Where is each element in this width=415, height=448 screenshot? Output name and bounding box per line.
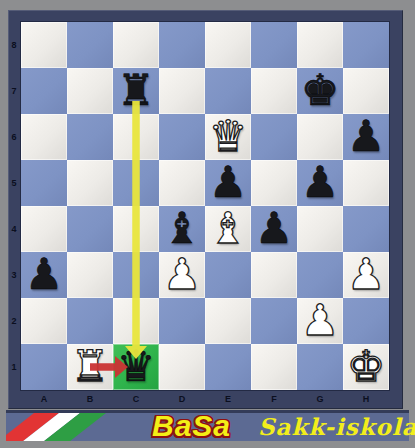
square-a5[interactable] bbox=[21, 160, 67, 206]
square-a3[interactable]: ♟ bbox=[21, 252, 67, 298]
square-g3[interactable] bbox=[297, 252, 343, 298]
square-f4[interactable]: ♟ bbox=[251, 206, 297, 252]
square-e1[interactable] bbox=[205, 344, 251, 390]
square-d1[interactable] bbox=[159, 344, 205, 390]
file-label-e: E bbox=[205, 392, 251, 406]
rank-label-6: 6 bbox=[8, 114, 20, 160]
square-f2[interactable] bbox=[251, 298, 297, 344]
square-g1[interactable] bbox=[297, 344, 343, 390]
square-d5[interactable] bbox=[159, 160, 205, 206]
rank-label-1: 1 bbox=[8, 344, 20, 390]
square-f7[interactable] bbox=[251, 68, 297, 114]
rank-label-2: 2 bbox=[8, 298, 20, 344]
square-g7[interactable]: ♚ bbox=[297, 68, 343, 114]
square-c8[interactable] bbox=[113, 22, 159, 68]
square-b8[interactable] bbox=[67, 22, 113, 68]
square-h4[interactable] bbox=[343, 206, 389, 252]
board-frame: 87654321 ♜♚♛♟♟♟♝♝♟♟♟♟♟♜♛♚ ABCDEFGH bbox=[8, 10, 403, 409]
black-rook[interactable]: ♜ bbox=[113, 68, 159, 114]
square-a7[interactable] bbox=[21, 68, 67, 114]
black-pawn[interactable]: ♟ bbox=[251, 206, 297, 252]
square-c2[interactable] bbox=[113, 298, 159, 344]
square-e3[interactable] bbox=[205, 252, 251, 298]
square-e6[interactable]: ♛ bbox=[205, 114, 251, 160]
white-rook[interactable]: ♜ bbox=[67, 344, 113, 390]
square-c4[interactable] bbox=[113, 206, 159, 252]
file-label-f: F bbox=[251, 392, 297, 406]
chess-diagram: 87654321 ♜♚♛♟♟♟♝♝♟♟♟♟♟♜♛♚ ABCDEFGH BaSa … bbox=[0, 0, 415, 448]
square-h8[interactable] bbox=[343, 22, 389, 68]
hungarian-flag bbox=[6, 413, 118, 441]
square-e7[interactable] bbox=[205, 68, 251, 114]
square-f6[interactable] bbox=[251, 114, 297, 160]
white-king[interactable]: ♚ bbox=[343, 344, 389, 390]
square-h3[interactable]: ♟ bbox=[343, 252, 389, 298]
square-d6[interactable] bbox=[159, 114, 205, 160]
square-b5[interactable] bbox=[67, 160, 113, 206]
square-d4[interactable]: ♝ bbox=[159, 206, 205, 252]
square-c1[interactable]: ♛ bbox=[113, 344, 159, 390]
square-c3[interactable] bbox=[113, 252, 159, 298]
square-e2[interactable] bbox=[205, 298, 251, 344]
square-g6[interactable] bbox=[297, 114, 343, 160]
white-pawn[interactable]: ♟ bbox=[343, 252, 389, 298]
square-b2[interactable] bbox=[67, 298, 113, 344]
file-labels: ABCDEFGH bbox=[21, 392, 389, 406]
brand-banner: BaSa Sakk-iskola bbox=[6, 410, 409, 441]
square-d3[interactable]: ♟ bbox=[159, 252, 205, 298]
square-g5[interactable]: ♟ bbox=[297, 160, 343, 206]
file-label-b: B bbox=[67, 392, 113, 406]
square-h2[interactable] bbox=[343, 298, 389, 344]
square-g8[interactable] bbox=[297, 22, 343, 68]
square-g4[interactable] bbox=[297, 206, 343, 252]
file-label-d: D bbox=[159, 392, 205, 406]
square-d2[interactable] bbox=[159, 298, 205, 344]
black-pawn[interactable]: ♟ bbox=[21, 252, 67, 298]
square-g2[interactable]: ♟ bbox=[297, 298, 343, 344]
square-a4[interactable] bbox=[21, 206, 67, 252]
square-b7[interactable] bbox=[67, 68, 113, 114]
rank-label-5: 5 bbox=[8, 160, 20, 206]
square-f5[interactable] bbox=[251, 160, 297, 206]
white-queen[interactable]: ♛ bbox=[205, 114, 251, 160]
file-label-h: H bbox=[343, 392, 389, 406]
square-c5[interactable] bbox=[113, 160, 159, 206]
square-b4[interactable] bbox=[67, 206, 113, 252]
square-e8[interactable] bbox=[205, 22, 251, 68]
rank-label-4: 4 bbox=[8, 206, 20, 252]
square-d8[interactable] bbox=[159, 22, 205, 68]
white-pawn[interactable]: ♟ bbox=[297, 298, 343, 344]
square-c6[interactable] bbox=[113, 114, 159, 160]
black-bishop[interactable]: ♝ bbox=[159, 206, 205, 252]
square-h6[interactable]: ♟ bbox=[343, 114, 389, 160]
rank-label-7: 7 bbox=[8, 68, 20, 114]
square-a2[interactable] bbox=[21, 298, 67, 344]
square-a6[interactable] bbox=[21, 114, 67, 160]
rank-labels: 87654321 bbox=[8, 22, 20, 390]
logo-basa: BaSa bbox=[152, 409, 231, 443]
square-h7[interactable] bbox=[343, 68, 389, 114]
white-pawn[interactable]: ♟ bbox=[159, 252, 205, 298]
square-a1[interactable] bbox=[21, 344, 67, 390]
black-pawn[interactable]: ♟ bbox=[343, 114, 389, 160]
square-h5[interactable] bbox=[343, 160, 389, 206]
square-f8[interactable] bbox=[251, 22, 297, 68]
file-label-c: C bbox=[113, 392, 159, 406]
black-king[interactable]: ♚ bbox=[297, 68, 343, 114]
square-b1[interactable]: ♜ bbox=[67, 344, 113, 390]
square-b3[interactable] bbox=[67, 252, 113, 298]
square-f3[interactable] bbox=[251, 252, 297, 298]
white-bishop[interactable]: ♝ bbox=[205, 206, 251, 252]
chess-board: ♜♚♛♟♟♟♝♝♟♟♟♟♟♜♛♚ bbox=[20, 21, 390, 391]
black-pawn[interactable]: ♟ bbox=[297, 160, 343, 206]
square-d7[interactable] bbox=[159, 68, 205, 114]
square-e5[interactable]: ♟ bbox=[205, 160, 251, 206]
rank-label-8: 8 bbox=[8, 22, 20, 68]
square-c7[interactable]: ♜ bbox=[113, 68, 159, 114]
square-f1[interactable] bbox=[251, 344, 297, 390]
file-label-a: A bbox=[21, 392, 67, 406]
black-pawn[interactable]: ♟ bbox=[205, 160, 251, 206]
square-h1[interactable]: ♚ bbox=[343, 344, 389, 390]
square-e4[interactable]: ♝ bbox=[205, 206, 251, 252]
square-a8[interactable] bbox=[21, 22, 67, 68]
black-queen[interactable]: ♛ bbox=[113, 344, 159, 390]
rank-label-3: 3 bbox=[8, 252, 20, 298]
square-b6[interactable] bbox=[67, 114, 113, 160]
file-label-g: G bbox=[297, 392, 343, 406]
logo-school-name: Sakk-iskola bbox=[258, 413, 415, 440]
